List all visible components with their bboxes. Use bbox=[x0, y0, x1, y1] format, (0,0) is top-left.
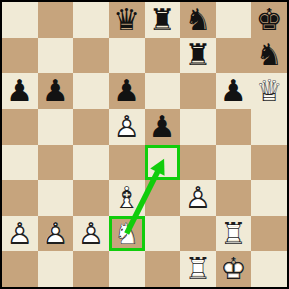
square-h1[interactable] bbox=[251, 251, 287, 287]
piece-white-knight[interactable]: ♞♘ bbox=[109, 216, 145, 252]
piece-white-pawn[interactable]: ♟♙ bbox=[109, 109, 145, 145]
square-h3[interactable] bbox=[251, 180, 287, 216]
piece-white-pawn[interactable]: ♟♙ bbox=[73, 216, 109, 252]
piece-black-king[interactable]: ♚ bbox=[251, 2, 287, 38]
square-c4[interactable] bbox=[73, 145, 109, 181]
square-a7[interactable] bbox=[2, 38, 38, 74]
square-h2[interactable] bbox=[251, 216, 287, 252]
square-g6[interactable]: ♟ bbox=[216, 73, 252, 109]
square-g8[interactable] bbox=[216, 2, 252, 38]
square-f2[interactable] bbox=[180, 216, 216, 252]
square-d8[interactable]: ♛ bbox=[109, 2, 145, 38]
square-c5[interactable] bbox=[73, 109, 109, 145]
square-b6[interactable]: ♟ bbox=[38, 73, 74, 109]
square-g5[interactable] bbox=[216, 109, 252, 145]
square-c1[interactable] bbox=[73, 251, 109, 287]
square-e8[interactable]: ♜ bbox=[145, 2, 181, 38]
square-g4[interactable] bbox=[216, 145, 252, 181]
piece-black-pawn[interactable]: ♟ bbox=[38, 73, 74, 109]
square-g2[interactable]: ♜♖ bbox=[216, 216, 252, 252]
chess-board-frame: ♛♜♞♚♜♞♟♟♟♟♛♕♟♙♟♝♗♟♙♟♙♟♙♟♙♞♘♜♖♜♖♚♔ bbox=[0, 0, 289, 289]
square-g7[interactable] bbox=[216, 38, 252, 74]
square-b3[interactable] bbox=[38, 180, 74, 216]
square-d4[interactable] bbox=[109, 145, 145, 181]
chess-board: ♛♜♞♚♜♞♟♟♟♟♛♕♟♙♟♝♗♟♙♟♙♟♙♟♙♞♘♜♖♜♖♚♔ bbox=[2, 2, 287, 287]
white-piece-outline-glyph: ♖ bbox=[180, 251, 216, 287]
square-c2[interactable]: ♟♙ bbox=[73, 216, 109, 252]
square-f7[interactable]: ♜ bbox=[180, 38, 216, 74]
square-b7[interactable] bbox=[38, 38, 74, 74]
piece-white-pawn[interactable]: ♟♙ bbox=[38, 216, 74, 252]
square-d7[interactable] bbox=[109, 38, 145, 74]
square-c6[interactable] bbox=[73, 73, 109, 109]
square-c3[interactable] bbox=[73, 180, 109, 216]
square-c8[interactable] bbox=[73, 2, 109, 38]
square-b5[interactable] bbox=[38, 109, 74, 145]
square-a4[interactable] bbox=[2, 145, 38, 181]
piece-white-rook[interactable]: ♜♖ bbox=[216, 216, 252, 252]
piece-black-knight[interactable]: ♞ bbox=[180, 2, 216, 38]
piece-white-king[interactable]: ♚♔ bbox=[216, 251, 252, 287]
square-e6[interactable] bbox=[145, 73, 181, 109]
square-a1[interactable] bbox=[2, 251, 38, 287]
white-piece-outline-glyph: ♙ bbox=[38, 216, 74, 252]
white-piece-outline-glyph: ♔ bbox=[216, 251, 252, 287]
square-b2[interactable]: ♟♙ bbox=[38, 216, 74, 252]
square-h5[interactable] bbox=[251, 109, 287, 145]
white-piece-outline-glyph: ♗ bbox=[109, 180, 145, 216]
white-piece-outline-glyph: ♙ bbox=[109, 109, 145, 145]
white-piece-outline-glyph: ♙ bbox=[2, 216, 38, 252]
square-g1[interactable]: ♚♔ bbox=[216, 251, 252, 287]
square-d6[interactable]: ♟ bbox=[109, 73, 145, 109]
square-e7[interactable] bbox=[145, 38, 181, 74]
square-d3[interactable]: ♝♗ bbox=[109, 180, 145, 216]
square-f8[interactable]: ♞ bbox=[180, 2, 216, 38]
piece-black-pawn[interactable]: ♟ bbox=[109, 73, 145, 109]
piece-black-pawn[interactable]: ♟ bbox=[2, 73, 38, 109]
square-a6[interactable]: ♟ bbox=[2, 73, 38, 109]
piece-white-queen[interactable]: ♛♕ bbox=[251, 73, 287, 109]
square-c7[interactable] bbox=[73, 38, 109, 74]
white-piece-outline-glyph: ♙ bbox=[73, 216, 109, 252]
piece-black-pawn[interactable]: ♟ bbox=[145, 109, 181, 145]
square-f5[interactable] bbox=[180, 109, 216, 145]
square-e2[interactable] bbox=[145, 216, 181, 252]
square-h8[interactable]: ♚ bbox=[251, 2, 287, 38]
square-b4[interactable] bbox=[38, 145, 74, 181]
piece-white-pawn[interactable]: ♟♙ bbox=[180, 180, 216, 216]
piece-black-pawn[interactable]: ♟ bbox=[216, 73, 252, 109]
square-e3[interactable] bbox=[145, 180, 181, 216]
square-h7[interactable]: ♞ bbox=[251, 38, 287, 74]
square-d5[interactable]: ♟♙ bbox=[109, 109, 145, 145]
square-h6[interactable]: ♛♕ bbox=[251, 73, 287, 109]
square-d2[interactable]: ♞♘ bbox=[109, 216, 145, 252]
square-e1[interactable] bbox=[145, 251, 181, 287]
square-a2[interactable]: ♟♙ bbox=[2, 216, 38, 252]
square-a8[interactable] bbox=[2, 2, 38, 38]
square-f4[interactable] bbox=[180, 145, 216, 181]
square-e4[interactable] bbox=[145, 145, 181, 181]
piece-black-rook[interactable]: ♜ bbox=[180, 38, 216, 74]
square-a3[interactable] bbox=[2, 180, 38, 216]
square-f3[interactable]: ♟♙ bbox=[180, 180, 216, 216]
white-piece-outline-glyph: ♙ bbox=[180, 180, 216, 216]
piece-white-pawn[interactable]: ♟♙ bbox=[2, 216, 38, 252]
square-d1[interactable] bbox=[109, 251, 145, 287]
white-piece-outline-glyph: ♘ bbox=[109, 216, 145, 252]
white-piece-outline-glyph: ♖ bbox=[216, 216, 252, 252]
piece-white-rook[interactable]: ♜♖ bbox=[180, 251, 216, 287]
piece-black-knight[interactable]: ♞ bbox=[251, 38, 287, 74]
square-h4[interactable] bbox=[251, 145, 287, 181]
square-b8[interactable] bbox=[38, 2, 74, 38]
piece-black-rook[interactable]: ♜ bbox=[145, 2, 181, 38]
square-f6[interactable] bbox=[180, 73, 216, 109]
square-a5[interactable] bbox=[2, 109, 38, 145]
square-f1[interactable]: ♜♖ bbox=[180, 251, 216, 287]
square-g3[interactable] bbox=[216, 180, 252, 216]
piece-black-queen[interactable]: ♛ bbox=[109, 2, 145, 38]
piece-white-bishop[interactable]: ♝♗ bbox=[109, 180, 145, 216]
white-piece-outline-glyph: ♕ bbox=[251, 73, 287, 109]
square-e5[interactable]: ♟ bbox=[145, 109, 181, 145]
square-b1[interactable] bbox=[38, 251, 74, 287]
